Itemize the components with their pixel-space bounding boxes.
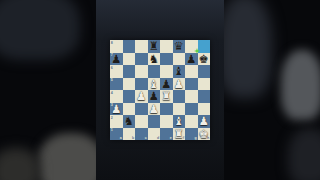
white-pawn[interactable]: ♟ [148, 103, 161, 116]
square-h8[interactable] [198, 40, 211, 53]
square-f8[interactable]: ♛ [173, 40, 186, 53]
chess-board: 8♜♛7♟♞♟♚6♝5♝♟♟4♟♟♜3♟♟2♞♝♟1abcdef♜gh♚ [110, 40, 210, 140]
square-a3[interactable]: 3♟ [110, 103, 123, 116]
square-a5[interactable]: 5 [110, 78, 123, 91]
file-label-e: e [170, 136, 172, 140]
square-b2[interactable]: ♞ [123, 115, 136, 128]
square-e1[interactable]: e [160, 128, 173, 141]
square-e3[interactable] [160, 103, 173, 116]
square-b4[interactable] [123, 90, 136, 103]
black-bishop[interactable]: ♝ [173, 65, 186, 78]
black-knight[interactable]: ♞ [148, 53, 161, 66]
square-c3[interactable] [135, 103, 148, 116]
square-e6[interactable] [160, 65, 173, 78]
square-g7[interactable]: ♟ [185, 53, 198, 66]
square-g4[interactable] [185, 90, 198, 103]
blurred-piece-silhouette [0, 148, 40, 180]
rank-label-8: 8 [111, 41, 113, 45]
white-bishop[interactable]: ♝ [173, 115, 186, 128]
square-a2[interactable]: 2 [110, 115, 123, 128]
square-c8[interactable] [135, 40, 148, 53]
square-g2[interactable] [185, 115, 198, 128]
blurred-piece-silhouette [38, 133, 104, 180]
square-a6[interactable]: 6 [110, 65, 123, 78]
square-b8[interactable] [123, 40, 136, 53]
square-a7[interactable]: 7♟ [110, 53, 123, 66]
square-h6[interactable] [198, 65, 211, 78]
square-e7[interactable] [160, 53, 173, 66]
square-b6[interactable] [123, 65, 136, 78]
black-pawn[interactable]: ♟ [148, 90, 161, 103]
square-b1[interactable]: b [123, 128, 136, 141]
white-pawn[interactable]: ♟ [135, 90, 148, 103]
square-h2[interactable]: ♟ [198, 115, 211, 128]
square-d3[interactable]: ♟ [148, 103, 161, 116]
white-rook[interactable]: ♜ [160, 90, 173, 103]
white-pawn[interactable]: ♟ [110, 103, 123, 116]
square-d2[interactable] [148, 115, 161, 128]
file-label-g: g [195, 136, 197, 140]
square-d8[interactable]: ♜ [148, 40, 161, 53]
file-label-d: d [157, 136, 159, 140]
file-label-a: a [120, 136, 122, 140]
square-f4[interactable] [173, 90, 186, 103]
square-c6[interactable] [135, 65, 148, 78]
rank-label-4: 4 [111, 91, 113, 95]
rank-label-1: 1 [111, 128, 113, 132]
square-h4[interactable] [198, 90, 211, 103]
square-b5[interactable] [123, 78, 136, 91]
square-f2[interactable]: ♝ [173, 115, 186, 128]
square-g3[interactable] [185, 103, 198, 116]
black-rook[interactable]: ♜ [148, 40, 161, 53]
black-pawn[interactable]: ♟ [185, 53, 198, 66]
square-c7[interactable] [135, 53, 148, 66]
square-d1[interactable]: d [148, 128, 161, 141]
square-d4[interactable]: ♟ [148, 90, 161, 103]
white-king[interactable]: ♚ [198, 128, 211, 141]
square-d6[interactable] [148, 65, 161, 78]
square-h1[interactable]: h♚ [198, 128, 211, 141]
square-e8[interactable] [160, 40, 173, 53]
blurred-piece-silhouette [0, 0, 80, 60]
white-rook[interactable]: ♜ [173, 128, 186, 141]
square-c2[interactable] [135, 115, 148, 128]
blurred-piece-silhouette [288, 128, 320, 180]
white-pawn[interactable]: ♟ [173, 78, 186, 91]
square-a4[interactable]: 4 [110, 90, 123, 103]
black-pawn[interactable]: ♟ [110, 53, 123, 66]
rank-label-2: 2 [111, 116, 113, 120]
file-label-c: c [145, 136, 147, 140]
black-queen[interactable]: ♛ [173, 40, 186, 53]
square-h7[interactable]: ♚ [198, 53, 211, 66]
square-f1[interactable]: f♜ [173, 128, 186, 141]
square-d7[interactable]: ♞ [148, 53, 161, 66]
file-label-b: b [132, 136, 134, 140]
square-g1[interactable]: g [185, 128, 198, 141]
white-pawn[interactable]: ♟ [198, 115, 211, 128]
rank-label-6: 6 [111, 66, 113, 70]
blurred-piece-silhouette [281, 50, 320, 120]
square-g5[interactable] [185, 78, 198, 91]
square-a1[interactable]: 1a [110, 128, 123, 141]
square-c1[interactable]: c [135, 128, 148, 141]
square-g6[interactable] [185, 65, 198, 78]
blurred-piece-silhouette [218, 0, 272, 98]
square-e2[interactable] [160, 115, 173, 128]
black-knight[interactable]: ♞ [123, 115, 136, 128]
rank-label-5: 5 [111, 78, 113, 82]
black-king[interactable]: ♚ [198, 53, 211, 66]
square-f6[interactable]: ♝ [173, 65, 186, 78]
square-a8[interactable]: 8 [110, 40, 123, 53]
square-h5[interactable] [198, 78, 211, 91]
square-b7[interactable] [123, 53, 136, 66]
square-f5[interactable]: ♟ [173, 78, 186, 91]
square-e4[interactable]: ♜ [160, 90, 173, 103]
square-c4[interactable]: ♟ [135, 90, 148, 103]
